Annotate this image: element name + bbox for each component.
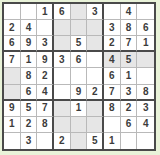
cell-r3c8[interactable]: 7 (121, 36, 138, 52)
cell-r5c5[interactable] (71, 68, 88, 84)
cell-r4c8[interactable]: 5 (121, 52, 138, 68)
cell-r7c9[interactable]: 3 (137, 101, 154, 117)
cell-r7c3[interactable]: 7 (37, 101, 54, 117)
cell-r3c1[interactable]: 6 (4, 36, 21, 52)
cell-r5c6[interactable] (87, 68, 104, 84)
cell-r1c5[interactable] (71, 4, 88, 20)
cell-r8c6[interactable] (87, 117, 104, 133)
cell-r6c2[interactable]: 6 (21, 85, 38, 101)
cell-r8c3[interactable]: 8 (37, 117, 54, 133)
cell-r2c9[interactable]: 6 (137, 20, 154, 36)
cell-r5c4[interactable] (54, 68, 71, 84)
cell-r5c8[interactable]: 1 (121, 68, 138, 84)
cell-r7c2[interactable]: 5 (21, 101, 38, 117)
cell-r4c2[interactable]: 1 (21, 52, 38, 68)
cell-r8c9[interactable]: 4 (137, 117, 154, 133)
cell-r7c7[interactable]: 8 (104, 101, 121, 117)
cell-r9c3[interactable] (37, 133, 54, 149)
cell-r8c5[interactable] (71, 117, 88, 133)
cell-r4c7[interactable]: 4 (104, 52, 121, 68)
cell-r9c2[interactable]: 3 (21, 133, 38, 149)
cell-r6c7[interactable]: 7 (104, 85, 121, 101)
cell-r8c4[interactable] (54, 117, 71, 133)
cell-r8c1[interactable]: 1 (4, 117, 21, 133)
cell-r7c4[interactable] (54, 101, 71, 117)
cell-r5c7[interactable]: 6 (104, 68, 121, 84)
cell-r4c6[interactable] (87, 52, 104, 68)
cell-r8c2[interactable]: 2 (21, 117, 38, 133)
cell-r6c1[interactable] (4, 85, 21, 101)
cell-r9c7[interactable]: 1 (104, 133, 121, 149)
cell-r6c9[interactable]: 8 (137, 85, 154, 101)
cell-r1c3[interactable]: 1 (37, 4, 54, 20)
cell-r1c9[interactable] (137, 4, 154, 20)
cell-r6c4[interactable] (54, 85, 71, 101)
cell-r9c9[interactable] (137, 133, 154, 149)
cell-r3c6[interactable] (87, 36, 104, 52)
cell-r1c1[interactable] (4, 4, 21, 20)
cell-r2c3[interactable] (37, 20, 54, 36)
cell-r7c6[interactable] (87, 101, 104, 117)
cell-r3c3[interactable]: 3 (37, 36, 54, 52)
cell-r9c1[interactable] (4, 133, 21, 149)
sudoku-board: 1634243866935271719364582616492738957182… (2, 2, 156, 151)
cell-r4c1[interactable]: 7 (4, 52, 21, 68)
cell-r2c1[interactable]: 2 (4, 20, 21, 36)
cell-r4c9[interactable] (137, 52, 154, 68)
cell-r9c8[interactable] (121, 133, 138, 149)
cell-r1c6[interactable]: 3 (87, 4, 104, 20)
cell-r3c4[interactable] (54, 36, 71, 52)
cell-r4c5[interactable]: 6 (71, 52, 88, 68)
cell-r6c8[interactable]: 3 (121, 85, 138, 101)
cell-r5c1[interactable] (4, 68, 21, 84)
cell-r1c2[interactable] (21, 4, 38, 20)
cell-r6c5[interactable]: 9 (71, 85, 88, 101)
cell-r3c9[interactable]: 1 (137, 36, 154, 52)
cell-r7c8[interactable]: 2 (121, 101, 138, 117)
cell-r7c5[interactable]: 1 (71, 101, 88, 117)
cell-r1c7[interactable] (104, 4, 121, 20)
cell-r1c4[interactable]: 6 (54, 4, 71, 20)
cell-r6c3[interactable]: 4 (37, 85, 54, 101)
cell-r4c3[interactable]: 9 (37, 52, 54, 68)
cell-r8c7[interactable] (104, 117, 121, 133)
cell-r2c5[interactable] (71, 20, 88, 36)
cell-r3c5[interactable]: 5 (71, 36, 88, 52)
cell-r9c4[interactable]: 2 (54, 133, 71, 149)
cell-r6c6[interactable]: 2 (87, 85, 104, 101)
cell-r5c9[interactable] (137, 68, 154, 84)
cell-r4c4[interactable]: 3 (54, 52, 71, 68)
cell-r9c6[interactable]: 5 (87, 133, 104, 149)
cell-r2c7[interactable]: 3 (104, 20, 121, 36)
cell-r2c8[interactable]: 8 (121, 20, 138, 36)
cell-r3c7[interactable]: 2 (104, 36, 121, 52)
cell-r5c3[interactable]: 2 (37, 68, 54, 84)
cell-r8c8[interactable]: 6 (121, 117, 138, 133)
cell-r2c4[interactable] (54, 20, 71, 36)
cell-r7c1[interactable]: 9 (4, 101, 21, 117)
cell-r5c2[interactable]: 8 (21, 68, 38, 84)
cell-r3c2[interactable]: 9 (21, 36, 38, 52)
cell-r1c8[interactable]: 4 (121, 4, 138, 20)
cell-r2c6[interactable] (87, 20, 104, 36)
cell-r9c5[interactable] (71, 133, 88, 149)
cell-r2c2[interactable]: 4 (21, 20, 38, 36)
